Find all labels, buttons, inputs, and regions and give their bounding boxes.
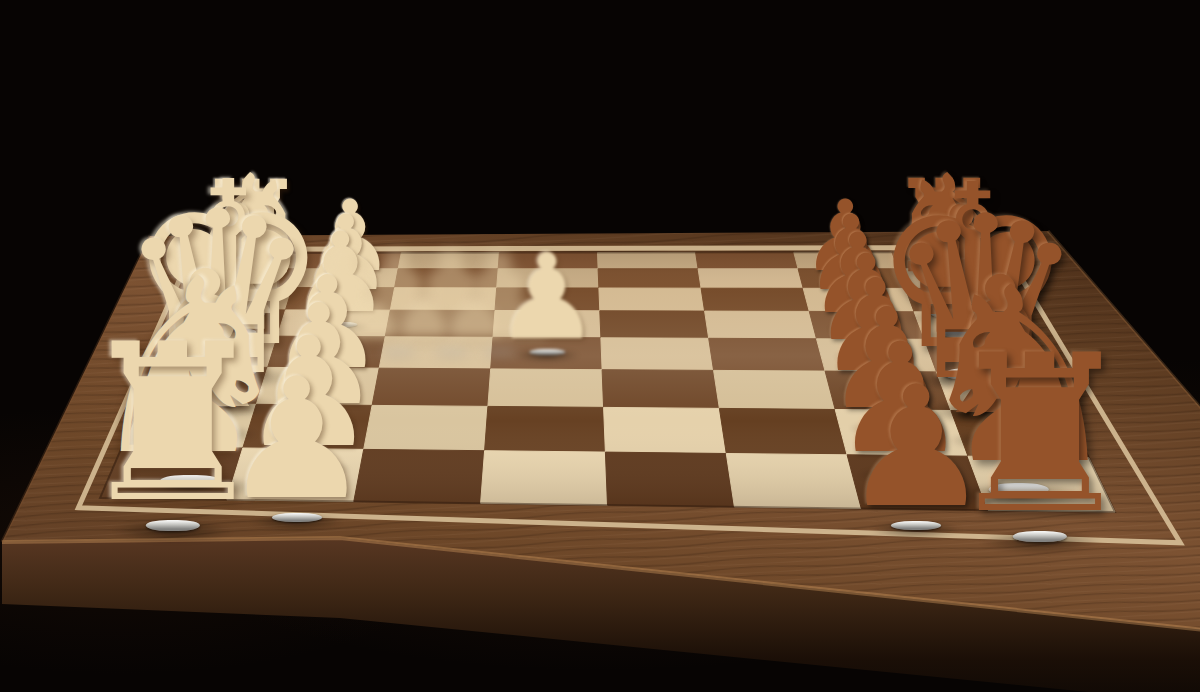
- pieces-layer: ♜♟♟♜♞♟♟♞♝♟♟♝♚♟♟♚♛♟♟♛♝♟♟♝♞♟♟♞♜♟♟♜♟♟♟♟: [0, 0, 1200, 692]
- aluminum-base-ring: [891, 521, 941, 530]
- aluminum-base-ring: [1013, 531, 1067, 542]
- chess-photo-scene: ♜♟♟♜♞♟♟♞♝♟♟♝♚♟♟♚♛♟♟♛♝♟♟♝♞♟♟♞♜♟♟♜♟♟♟♟ Sta…: [0, 0, 1200, 692]
- white-pawn-glyph: ♟: [222, 356, 371, 523]
- black-rook-glyph: ♜: [943, 326, 1138, 543]
- aluminum-base-ring: [272, 513, 322, 522]
- aluminum-base-ring: [146, 520, 200, 531]
- white-pawn-glyph: ♟: [494, 238, 600, 356]
- aluminum-base-ring: [529, 349, 564, 355]
